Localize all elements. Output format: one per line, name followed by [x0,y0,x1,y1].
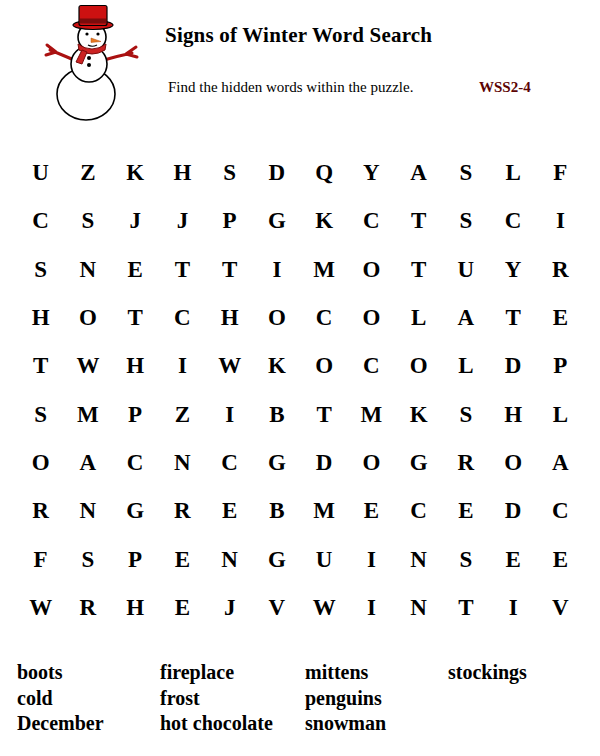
grid-cell-r5c5[interactable]: W [206,342,253,390]
word-list-column-3: mittenspenguinssnowman [305,660,448,737]
grid-cell-r8c3[interactable]: G [112,487,159,535]
grid-cell-r6c10[interactable]: S [442,390,489,438]
grid-cell-r3c4[interactable]: T [159,246,206,294]
grid-cell-r2c9[interactable]: T [395,197,442,245]
grid-cell-r8c4[interactable]: R [159,487,206,535]
grid-cell-r9c7[interactable]: U [301,535,348,583]
grid-cell-r9c3[interactable]: P [112,535,159,583]
grid-cell-r3c2[interactable]: N [64,246,111,294]
grid-cell-r2c3[interactable]: J [112,197,159,245]
grid-cell-r9c6[interactable]: G [253,535,300,583]
grid-cell-r3c11[interactable]: Y [490,246,537,294]
grid-cell-r6c7[interactable]: T [301,390,348,438]
grid-cell-r8c10[interactable]: E [442,487,489,535]
grid-cell-r4c7[interactable]: C [301,294,348,342]
grid-cell-r3c10[interactable]: U [442,246,489,294]
grid-cell-r8c7[interactable]: M [301,487,348,535]
grid-cell-r1c4[interactable]: H [159,149,206,197]
grid-cell-r8c8[interactable]: E [348,487,395,535]
grid-cell-r9c10[interactable]: S [442,535,489,583]
word-list-item: cold [17,686,160,712]
grid-cell-r4c1[interactable]: H [17,294,64,342]
word-list-item: penguins [305,686,448,712]
grid-cell-r9c5[interactable]: N [206,535,253,583]
grid-cell-r10c3[interactable]: H [112,584,159,632]
grid-cell-r9c1[interactable]: F [17,535,64,583]
worksheet-page: Signs of Winter Word Search Find the hid… [0,0,600,756]
grid-cell-r1c8[interactable]: Y [348,149,395,197]
word-search-grid: UZKHSDQYASLFCSJJPGKCTSCISNETTIMOTUYRHOTC… [17,149,584,632]
grid-cell-r8c5[interactable]: E [206,487,253,535]
word-list-column-4: stockings [448,660,527,737]
grid-cell-r6c12[interactable]: L [537,390,584,438]
grid-cell-r7c1[interactable]: O [17,439,64,487]
grid-cell-r10c6[interactable]: V [253,584,300,632]
grid-cell-r7c10[interactable]: R [442,439,489,487]
grid-cell-r9c4[interactable]: E [159,535,206,583]
grid-cell-r3c9[interactable]: T [395,246,442,294]
grid-cell-r10c4[interactable]: E [159,584,206,632]
grid-cell-r3c1[interactable]: S [17,246,64,294]
grid-cell-r10c1[interactable]: W [17,584,64,632]
grid-cell-r1c2[interactable]: Z [64,149,111,197]
grid-cell-r7c7[interactable]: D [301,439,348,487]
grid-cell-r7c2[interactable]: A [64,439,111,487]
grid-cell-r7c5[interactable]: C [206,439,253,487]
word-list-item: December [17,711,160,737]
grid-cell-r5c9[interactable]: O [395,342,442,390]
grid-cell-r1c1[interactable]: U [17,149,64,197]
grid-cell-r10c9[interactable]: N [395,584,442,632]
grid-cell-r3c8[interactable]: O [348,246,395,294]
grid-cell-r5c10[interactable]: L [442,342,489,390]
word-list-item: frost [160,686,305,712]
word-list-column-1: bootscoldDecember [17,660,160,737]
word-list-item: hot chocolate [160,711,305,737]
grid-cell-r4c10[interactable]: A [442,294,489,342]
grid-cell-r8c11[interactable]: D [490,487,537,535]
grid-cell-r6c4[interactable]: Z [159,390,206,438]
grid-cell-r2c12[interactable]: I [537,197,584,245]
grid-cell-r2c1[interactable]: C [17,197,64,245]
grid-cell-r7c4[interactable]: N [159,439,206,487]
grid-cell-r8c9[interactable]: C [395,487,442,535]
grid-cell-r1c6[interactable]: D [253,149,300,197]
grid-cell-r9c12[interactable]: E [537,535,584,583]
grid-cell-r2c2[interactable]: S [64,197,111,245]
grid-cell-r6c3[interactable]: P [112,390,159,438]
grid-cell-r8c12[interactable]: C [537,487,584,535]
grid-cell-r5c12[interactable]: P [537,342,584,390]
grid-cell-r3c12[interactable]: R [537,246,584,294]
grid-cell-r1c5[interactable]: S [206,149,253,197]
grid-cell-r9c8[interactable]: I [348,535,395,583]
grid-cell-r7c8[interactable]: O [348,439,395,487]
word-list-column-2: fireplacefrosthot chocolate [160,660,305,737]
grid-cell-r4c6[interactable]: O [253,294,300,342]
grid-cell-r10c8[interactable]: I [348,584,395,632]
grid-cell-r3c5[interactable]: T [206,246,253,294]
grid-cell-r5c1[interactable]: T [17,342,64,390]
grid-cell-r3c7[interactable]: M [301,246,348,294]
grid-cell-r4c3[interactable]: T [112,294,159,342]
grid-cell-r2c7[interactable]: K [301,197,348,245]
grid-cell-r4c2[interactable]: O [64,294,111,342]
grid-cell-r5c2[interactable]: W [64,342,111,390]
grid-cell-r3c6[interactable]: I [253,246,300,294]
grid-cell-r2c4[interactable]: J [159,197,206,245]
grid-cell-r5c6[interactable]: K [253,342,300,390]
grid-cell-r5c8[interactable]: C [348,342,395,390]
grid-cell-r10c12[interactable]: V [537,584,584,632]
grid-cell-r7c9[interactable]: G [395,439,442,487]
grid-cell-r5c7[interactable]: O [301,342,348,390]
grid-cell-r9c11[interactable]: E [490,535,537,583]
grid-cell-r4c9[interactable]: L [395,294,442,342]
grid-cell-r1c11[interactable]: L [490,149,537,197]
word-list-item: boots [17,660,160,686]
grid-cell-r6c9[interactable]: K [395,390,442,438]
grid-cell-r8c1[interactable]: R [17,487,64,535]
grid-cell-r1c7[interactable]: Q [301,149,348,197]
instructions-text: Find the hidden words within the puzzle. [168,79,413,96]
word-list-item: fireplace [160,660,305,686]
grid-cell-r2c10[interactable]: S [442,197,489,245]
grid-cell-r6c2[interactable]: M [64,390,111,438]
grid-cell-r5c11[interactable]: D [490,342,537,390]
grid-cell-r4c12[interactable]: E [537,294,584,342]
word-list-item: stockings [448,660,527,686]
grid-cell-r7c3[interactable]: C [112,439,159,487]
grid-cell-r8c2[interactable]: N [64,487,111,535]
word-list: bootscoldDecemberfireplacefrosthot choco… [17,660,587,737]
grid-cell-r6c8[interactable]: M [348,390,395,438]
grid-cell-r1c12[interactable]: F [537,149,584,197]
grid-cell-r3c3[interactable]: E [112,246,159,294]
grid-cell-r7c6[interactable]: G [253,439,300,487]
grid-cell-r9c2[interactable]: S [64,535,111,583]
snowman-image [42,4,142,122]
grid-cell-r5c4[interactable]: I [159,342,206,390]
grid-cell-r7c12[interactable]: A [537,439,584,487]
grid-cell-r10c7[interactable]: W [301,584,348,632]
grid-cell-r5c3[interactable]: H [112,342,159,390]
grid-cell-r4c8[interactable]: O [348,294,395,342]
word-list-item: snowman [305,711,448,737]
grid-cell-r4c5[interactable]: H [206,294,253,342]
grid-cell-r10c2[interactable]: R [64,584,111,632]
grid-cell-r2c8[interactable]: C [348,197,395,245]
grid-cell-r6c6[interactable]: B [253,390,300,438]
grid-cell-r10c10[interactable]: T [442,584,489,632]
page-title: Signs of Winter Word Search [165,23,432,48]
grid-cell-r8c6[interactable]: B [253,487,300,535]
grid-cell-r6c11[interactable]: H [490,390,537,438]
grid-cell-r2c5[interactable]: P [206,197,253,245]
grid-cell-r1c10[interactable]: S [442,149,489,197]
grid-cell-r9c9[interactable]: N [395,535,442,583]
word-list-item: mittens [305,660,448,686]
grid-cell-r1c3[interactable]: K [112,149,159,197]
grid-cell-r10c5[interactable]: J [206,584,253,632]
grid-cell-r6c5[interactable]: I [206,390,253,438]
grid-cell-r6c1[interactable]: S [17,390,64,438]
grid-cell-r7c11[interactable]: O [490,439,537,487]
grid-cell-r2c11[interactable]: C [490,197,537,245]
worksheet-code: WSS2-4 [479,79,531,96]
grid-cell-r10c11[interactable]: I [490,584,537,632]
grid-cell-r4c11[interactable]: T [490,294,537,342]
grid-cell-r2c6[interactable]: G [253,197,300,245]
grid-cell-r4c4[interactable]: C [159,294,206,342]
grid-cell-r1c9[interactable]: A [395,149,442,197]
